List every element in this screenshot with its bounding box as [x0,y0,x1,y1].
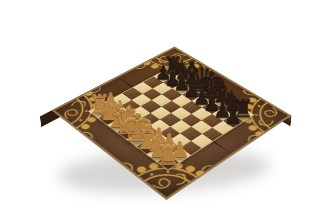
piece-white-rook[interactable]: ♜ [156,142,180,169]
pieces-layer: ♜♞♝♛♚♝♞♜♟♟♟♟♟♟♟♟♟♟♟♟♟♟♟♟♜♞♝♛♚♝♞♜ [0,0,320,214]
piece-black-pawn[interactable]: ♟ [224,106,243,127]
studio-scene: ♜♞♝♛♚♝♞♜♟♟♟♟♟♟♟♟♟♟♟♟♟♟♟♟♜♞♝♛♚♝♞♜ [0,0,320,214]
